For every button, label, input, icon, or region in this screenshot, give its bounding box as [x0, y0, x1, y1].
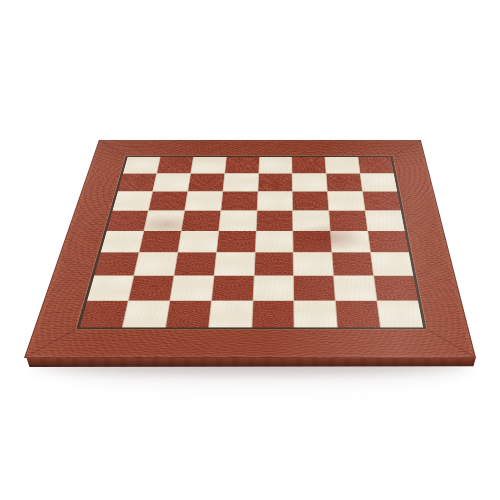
square-d3 — [214, 253, 254, 276]
square-g1 — [336, 301, 380, 327]
square-e8 — [259, 157, 292, 173]
square-e1 — [252, 301, 294, 327]
square-c8 — [191, 157, 226, 173]
square-f1 — [295, 301, 337, 327]
square-e4 — [255, 231, 293, 252]
square-b6 — [149, 192, 187, 211]
square-g5 — [329, 211, 367, 231]
miter-seam-bottom-right — [421, 326, 475, 357]
square-g8 — [325, 157, 359, 173]
square-f8 — [292, 157, 325, 173]
square-e3 — [254, 253, 293, 276]
square-b5 — [144, 211, 184, 231]
square-f3 — [294, 253, 333, 276]
photo-background — [0, 0, 500, 500]
square-h4 — [368, 231, 409, 252]
square-h5 — [366, 211, 405, 231]
square-h8 — [358, 157, 393, 173]
square-g6 — [328, 192, 365, 211]
square-a1 — [80, 301, 128, 327]
square-h1 — [378, 301, 424, 327]
square-b2 — [129, 276, 174, 300]
square-h3 — [371, 253, 413, 276]
square-d4 — [217, 231, 256, 252]
square-b4 — [139, 231, 180, 252]
square-f5 — [293, 211, 330, 231]
miter-seam-top-left — [99, 140, 129, 157]
square-a8 — [123, 157, 160, 173]
square-c2 — [170, 276, 213, 300]
square-e6 — [257, 192, 292, 211]
square-a2 — [87, 276, 133, 300]
square-d6 — [221, 192, 257, 211]
square-d7 — [223, 174, 258, 192]
square-c5 — [182, 211, 221, 231]
board-front-edge — [24, 357, 477, 367]
square-d5 — [219, 211, 256, 231]
square-g4 — [331, 231, 370, 252]
square-c6 — [185, 192, 222, 211]
square-g3 — [332, 253, 373, 276]
square-a7 — [118, 174, 156, 192]
chess-board — [24, 140, 476, 358]
square-f6 — [293, 192, 329, 211]
square-h2 — [374, 276, 418, 300]
square-d8 — [225, 157, 259, 173]
square-e7 — [258, 174, 292, 192]
square-a5 — [107, 211, 148, 231]
square-g7 — [327, 174, 363, 192]
square-f7 — [293, 174, 327, 192]
square-c7 — [188, 174, 224, 192]
square-a6 — [113, 192, 152, 211]
square-f2 — [294, 276, 335, 300]
square-b1 — [123, 301, 169, 327]
square-b7 — [153, 174, 190, 192]
square-g2 — [334, 276, 376, 300]
square-c4 — [178, 231, 218, 252]
square-e2 — [253, 276, 294, 300]
square-a4 — [101, 231, 144, 252]
square-e5 — [256, 211, 292, 231]
square-c3 — [174, 253, 215, 276]
square-c1 — [166, 301, 211, 327]
square-h6 — [363, 192, 401, 211]
square-h7 — [361, 174, 398, 192]
square-d1 — [209, 301, 252, 327]
miter-seam-bottom-left — [25, 326, 81, 357]
square-f4 — [294, 231, 332, 252]
square-a3 — [94, 253, 138, 276]
square-b3 — [134, 253, 177, 276]
miter-seam-top-right — [390, 140, 421, 157]
square-b8 — [157, 157, 193, 173]
board-grid — [80, 157, 424, 328]
square-d2 — [212, 276, 254, 300]
